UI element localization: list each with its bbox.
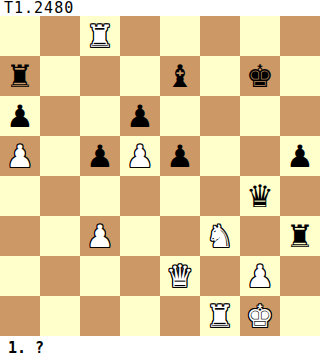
square-h2[interactable] xyxy=(280,256,320,296)
piece-white-queen[interactable]: ♛ xyxy=(166,261,194,292)
square-b3[interactable] xyxy=(40,216,80,256)
square-a7[interactable]: ♜ xyxy=(0,56,40,96)
piece-white-pawn[interactable]: ♟ xyxy=(6,141,34,172)
piece-white-king[interactable]: ♚ xyxy=(246,301,274,332)
square-h6[interactable] xyxy=(280,96,320,136)
square-h4[interactable] xyxy=(280,176,320,216)
square-d1[interactable] xyxy=(120,296,160,336)
square-f7[interactable] xyxy=(200,56,240,96)
square-e5[interactable]: ♟ xyxy=(160,136,200,176)
square-h1[interactable] xyxy=(280,296,320,336)
square-g7[interactable]: ♚ xyxy=(240,56,280,96)
square-h3[interactable]: ♜ xyxy=(280,216,320,256)
square-g5[interactable] xyxy=(240,136,280,176)
square-f8[interactable] xyxy=(200,16,240,56)
square-c8[interactable]: ♜ xyxy=(80,16,120,56)
square-g1[interactable]: ♚ xyxy=(240,296,280,336)
piece-white-knight[interactable]: ♞ xyxy=(206,221,234,252)
square-d6[interactable]: ♟ xyxy=(120,96,160,136)
square-f6[interactable] xyxy=(200,96,240,136)
square-g8[interactable] xyxy=(240,16,280,56)
square-d2[interactable] xyxy=(120,256,160,296)
square-c1[interactable] xyxy=(80,296,120,336)
square-h7[interactable] xyxy=(280,56,320,96)
square-d4[interactable] xyxy=(120,176,160,216)
piece-black-pawn[interactable]: ♟ xyxy=(166,141,194,172)
square-b8[interactable] xyxy=(40,16,80,56)
piece-black-pawn[interactable]: ♟ xyxy=(126,101,154,132)
square-a1[interactable] xyxy=(0,296,40,336)
square-g2[interactable]: ♟ xyxy=(240,256,280,296)
square-c2[interactable] xyxy=(80,256,120,296)
piece-black-pawn[interactable]: ♟ xyxy=(6,101,34,132)
square-e8[interactable] xyxy=(160,16,200,56)
exercise-number: T1.2480 xyxy=(0,0,320,16)
piece-black-rook[interactable]: ♜ xyxy=(6,61,34,92)
square-e7[interactable]: ♝ xyxy=(160,56,200,96)
square-c3[interactable]: ♟ xyxy=(80,216,120,256)
square-f4[interactable] xyxy=(200,176,240,216)
move-prompt: 1. ? xyxy=(0,336,320,360)
square-e6[interactable] xyxy=(160,96,200,136)
square-c5[interactable]: ♟ xyxy=(80,136,120,176)
piece-white-pawn[interactable]: ♟ xyxy=(126,141,154,172)
square-a8[interactable] xyxy=(0,16,40,56)
square-a3[interactable] xyxy=(0,216,40,256)
square-a6[interactable]: ♟ xyxy=(0,96,40,136)
square-e3[interactable] xyxy=(160,216,200,256)
square-d3[interactable] xyxy=(120,216,160,256)
square-e1[interactable] xyxy=(160,296,200,336)
square-f1[interactable]: ♜ xyxy=(200,296,240,336)
square-f5[interactable] xyxy=(200,136,240,176)
piece-white-pawn[interactable]: ♟ xyxy=(246,261,274,292)
square-f2[interactable] xyxy=(200,256,240,296)
square-b6[interactable] xyxy=(40,96,80,136)
square-g4[interactable]: ♛ xyxy=(240,176,280,216)
square-c7[interactable] xyxy=(80,56,120,96)
square-b4[interactable] xyxy=(40,176,80,216)
square-c4[interactable] xyxy=(80,176,120,216)
piece-black-king[interactable]: ♚ xyxy=(246,61,274,92)
piece-black-queen[interactable]: ♛ xyxy=(246,181,274,212)
square-f3[interactable]: ♞ xyxy=(200,216,240,256)
square-d7[interactable] xyxy=(120,56,160,96)
square-h5[interactable]: ♟ xyxy=(280,136,320,176)
piece-black-bishop[interactable]: ♝ xyxy=(166,61,194,92)
square-e4[interactable] xyxy=(160,176,200,216)
square-a2[interactable] xyxy=(0,256,40,296)
square-g3[interactable] xyxy=(240,216,280,256)
piece-white-rook[interactable]: ♜ xyxy=(86,21,114,52)
chess-board[interactable]: ♜♜♝♚♟♟♟♟♟♟♟♛♟♞♜♛♟♜♚ xyxy=(0,16,320,336)
square-d8[interactable] xyxy=(120,16,160,56)
square-g6[interactable] xyxy=(240,96,280,136)
square-b5[interactable] xyxy=(40,136,80,176)
square-b2[interactable] xyxy=(40,256,80,296)
square-a4[interactable] xyxy=(0,176,40,216)
square-b7[interactable] xyxy=(40,56,80,96)
square-a5[interactable]: ♟ xyxy=(0,136,40,176)
square-d5[interactable]: ♟ xyxy=(120,136,160,176)
square-e2[interactable]: ♛ xyxy=(160,256,200,296)
piece-black-rook[interactable]: ♜ xyxy=(286,221,314,252)
square-h8[interactable] xyxy=(280,16,320,56)
piece-white-pawn[interactable]: ♟ xyxy=(86,221,114,252)
piece-black-pawn[interactable]: ♟ xyxy=(86,141,114,172)
piece-black-pawn[interactable]: ♟ xyxy=(286,141,314,172)
square-c6[interactable] xyxy=(80,96,120,136)
piece-white-rook[interactable]: ♜ xyxy=(206,301,234,332)
square-b1[interactable] xyxy=(40,296,80,336)
